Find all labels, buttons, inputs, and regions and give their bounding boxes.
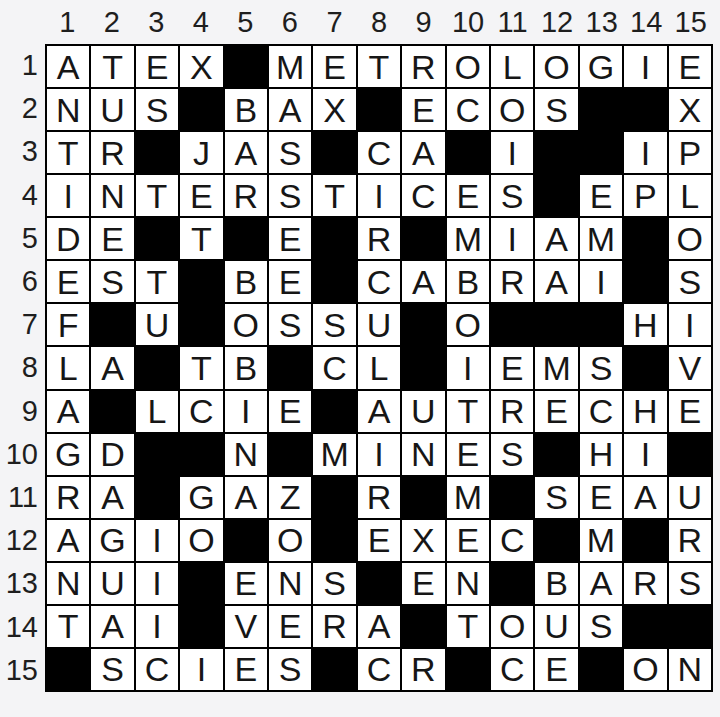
- letter-cell[interactable]: T: [90, 45, 134, 88]
- black-cell: [312, 476, 356, 519]
- letter-cell[interactable]: G: [46, 433, 90, 476]
- black-cell: [668, 605, 712, 648]
- black-cell: [135, 476, 179, 519]
- letter-cell[interactable]: Z: [268, 476, 312, 519]
- column-label: 10: [446, 0, 491, 44]
- letter-cell[interactable]: I: [46, 174, 90, 217]
- letter-cell[interactable]: O: [446, 303, 490, 346]
- black-cell: [135, 131, 179, 174]
- letter-cell[interactable]: A: [224, 476, 268, 519]
- column-label: 8: [357, 0, 402, 44]
- letter-cell[interactable]: I: [135, 605, 179, 648]
- letter-cell[interactable]: P: [668, 131, 712, 174]
- letter-cell[interactable]: D: [46, 217, 90, 260]
- letter-cell[interactable]: S: [312, 303, 356, 346]
- column-label: 4: [179, 0, 224, 44]
- letter-cell[interactable]: S: [668, 562, 712, 605]
- letter-cell[interactable]: I: [446, 346, 490, 389]
- black-cell: [179, 88, 223, 131]
- letter-cell[interactable]: E: [668, 45, 712, 88]
- letter-cell[interactable]: E: [224, 562, 268, 605]
- crossword-screen: 123456789101112131415 123456789101112131…: [0, 0, 720, 717]
- letter-cell[interactable]: U: [401, 390, 445, 433]
- letter-cell[interactable]: B: [224, 260, 268, 303]
- letter-cell[interactable]: I: [490, 217, 534, 260]
- letter-cell[interactable]: T: [179, 217, 223, 260]
- letter-cell[interactable]: A: [90, 346, 134, 389]
- letter-cell[interactable]: I: [490, 131, 534, 174]
- letter-cell[interactable]: J: [179, 131, 223, 174]
- letter-cell[interactable]: T: [135, 260, 179, 303]
- letter-cell[interactable]: S: [579, 346, 623, 389]
- letter-cell[interactable]: M: [446, 476, 490, 519]
- letter-cell[interactable]: A: [401, 260, 445, 303]
- black-cell: [135, 217, 179, 260]
- black-cell: [401, 476, 445, 519]
- letter-cell[interactable]: R: [357, 476, 401, 519]
- letter-cell[interactable]: A: [46, 519, 90, 562]
- letter-cell[interactable]: U: [90, 562, 134, 605]
- letter-cell[interactable]: O: [490, 88, 534, 131]
- letter-cell[interactable]: T: [446, 390, 490, 433]
- letter-cell[interactable]: N: [401, 433, 445, 476]
- black-cell: [312, 131, 356, 174]
- letter-cell[interactable]: A: [623, 476, 667, 519]
- row-label: 9: [0, 390, 45, 433]
- column-label: 6: [268, 0, 313, 44]
- letter-cell[interactable]: D: [90, 433, 134, 476]
- letter-cell[interactable]: L: [135, 390, 179, 433]
- column-label: 11: [490, 0, 535, 44]
- black-cell: [446, 648, 490, 691]
- column-label: 7: [312, 0, 357, 44]
- letter-cell[interactable]: E: [490, 346, 534, 389]
- letter-cell[interactable]: V: [224, 605, 268, 648]
- black-cell: [312, 217, 356, 260]
- black-cell: [224, 217, 268, 260]
- letter-cell[interactable]: E: [668, 390, 712, 433]
- column-label: 14: [624, 0, 669, 44]
- letter-cell[interactable]: E: [268, 390, 312, 433]
- row-label: 12: [0, 519, 45, 562]
- letter-cell[interactable]: C: [446, 88, 490, 131]
- letter-cell[interactable]: H: [623, 303, 667, 346]
- letter-cell[interactable]: O: [534, 45, 578, 88]
- letter-cell[interactable]: N: [668, 648, 712, 691]
- letter-cell[interactable]: I: [623, 433, 667, 476]
- black-cell: [623, 519, 667, 562]
- letter-cell[interactable]: A: [224, 131, 268, 174]
- black-cell: [268, 433, 312, 476]
- black-cell: [135, 433, 179, 476]
- black-cell: [224, 519, 268, 562]
- letter-cell[interactable]: O: [268, 519, 312, 562]
- row-label: 14: [0, 606, 45, 649]
- letter-cell[interactable]: T: [46, 605, 90, 648]
- row-label: 13: [0, 562, 45, 605]
- letter-cell[interactable]: R: [623, 562, 667, 605]
- letter-cell[interactable]: M: [534, 346, 578, 389]
- row-label: 5: [0, 217, 45, 260]
- black-cell: [357, 88, 401, 131]
- row-label: 7: [0, 303, 45, 346]
- letter-cell[interactable]: M: [579, 217, 623, 260]
- letter-cell[interactable]: E: [268, 217, 312, 260]
- row-label: 10: [0, 433, 45, 476]
- letter-cell[interactable]: A: [46, 390, 90, 433]
- letter-cell[interactable]: I: [179, 648, 223, 691]
- letter-cell[interactable]: I: [224, 390, 268, 433]
- row-label: 3: [0, 130, 45, 173]
- row-label: 8: [0, 346, 45, 389]
- letter-cell[interactable]: R: [401, 648, 445, 691]
- letter-cell[interactable]: I: [357, 433, 401, 476]
- letter-cell[interactable]: T: [46, 131, 90, 174]
- letter-cell[interactable]: S: [268, 648, 312, 691]
- letter-cell[interactable]: A: [46, 45, 90, 88]
- letter-cell[interactable]: B: [534, 562, 578, 605]
- black-cell: [579, 648, 623, 691]
- letter-cell[interactable]: S: [268, 174, 312, 217]
- letter-cell[interactable]: A: [268, 88, 312, 131]
- row-numbers: 123456789101112131415: [0, 44, 45, 692]
- letter-cell[interactable]: C: [357, 131, 401, 174]
- letter-cell[interactable]: O: [490, 605, 534, 648]
- letter-cell[interactable]: G: [90, 519, 134, 562]
- row-label: 4: [0, 174, 45, 217]
- black-cell: [401, 217, 445, 260]
- letter-cell[interactable]: G: [179, 476, 223, 519]
- letter-cell[interactable]: I: [668, 303, 712, 346]
- letter-cell[interactable]: S: [268, 303, 312, 346]
- letter-cell[interactable]: A: [357, 605, 401, 648]
- letter-cell[interactable]: S: [668, 260, 712, 303]
- black-cell: [179, 562, 223, 605]
- letter-cell[interactable]: E: [90, 217, 134, 260]
- letter-cell[interactable]: A: [534, 260, 578, 303]
- letter-cell[interactable]: I: [135, 519, 179, 562]
- letter-cell[interactable]: E: [401, 562, 445, 605]
- black-cell: [268, 346, 312, 389]
- black-cell: [668, 433, 712, 476]
- letter-cell[interactable]: T: [446, 605, 490, 648]
- column-label: 13: [579, 0, 624, 44]
- letter-cell[interactable]: X: [401, 519, 445, 562]
- letter-cell[interactable]: T: [312, 174, 356, 217]
- black-cell: [623, 346, 667, 389]
- black-cell: [490, 562, 534, 605]
- letter-cell[interactable]: U: [90, 88, 134, 131]
- letter-cell[interactable]: N: [446, 562, 490, 605]
- black-cell: [401, 303, 445, 346]
- letter-cell[interactable]: X: [668, 88, 712, 131]
- letter-cell[interactable]: L: [357, 346, 401, 389]
- letter-cell[interactable]: C: [490, 519, 534, 562]
- letter-cell[interactable]: E: [446, 433, 490, 476]
- letter-cell[interactable]: N: [268, 562, 312, 605]
- column-label: 9: [401, 0, 446, 44]
- letter-cell[interactable]: E: [179, 174, 223, 217]
- letter-cell[interactable]: C: [490, 648, 534, 691]
- letter-cell[interactable]: E: [579, 476, 623, 519]
- letter-cell[interactable]: I: [623, 45, 667, 88]
- black-cell: [312, 648, 356, 691]
- column-label: 2: [90, 0, 135, 44]
- black-cell: [179, 433, 223, 476]
- letter-cell[interactable]: E: [357, 519, 401, 562]
- letter-cell[interactable]: R: [401, 45, 445, 88]
- letter-cell[interactable]: T: [357, 45, 401, 88]
- letter-cell[interactable]: S: [135, 88, 179, 131]
- black-cell: [623, 88, 667, 131]
- letter-cell[interactable]: R: [490, 260, 534, 303]
- column-label: 15: [668, 0, 713, 44]
- black-cell: [534, 433, 578, 476]
- letter-cell[interactable]: R: [668, 519, 712, 562]
- black-cell: [179, 605, 223, 648]
- letter-cell[interactable]: S: [579, 605, 623, 648]
- black-cell: [534, 303, 578, 346]
- letter-cell[interactable]: E: [224, 648, 268, 691]
- letter-cell[interactable]: E: [579, 174, 623, 217]
- letter-cell[interactable]: I: [135, 562, 179, 605]
- letter-cell[interactable]: E: [135, 45, 179, 88]
- letter-cell[interactable]: F: [46, 303, 90, 346]
- letter-cell[interactable]: M: [268, 45, 312, 88]
- letter-cell[interactable]: C: [179, 390, 223, 433]
- black-cell: [579, 131, 623, 174]
- letter-cell[interactable]: U: [135, 303, 179, 346]
- letter-cell[interactable]: S: [268, 131, 312, 174]
- row-label: 15: [0, 649, 45, 692]
- letter-cell[interactable]: U: [357, 303, 401, 346]
- letter-cell[interactable]: O: [623, 648, 667, 691]
- black-cell: [224, 45, 268, 88]
- black-cell: [490, 303, 534, 346]
- black-cell: [623, 217, 667, 260]
- letter-cell[interactable]: O: [224, 303, 268, 346]
- black-cell: [179, 303, 223, 346]
- black-cell: [135, 346, 179, 389]
- letter-cell[interactable]: V: [668, 346, 712, 389]
- letter-cell[interactable]: S: [312, 562, 356, 605]
- letter-cell[interactable]: N: [46, 88, 90, 131]
- letter-cell[interactable]: I: [357, 174, 401, 217]
- black-cell: [312, 260, 356, 303]
- black-cell: [490, 476, 534, 519]
- letter-cell[interactable]: R: [90, 131, 134, 174]
- black-cell: [401, 605, 445, 648]
- row-label: 11: [0, 476, 45, 519]
- row-label: 2: [0, 87, 45, 130]
- letter-cell[interactable]: S: [534, 476, 578, 519]
- letter-cell[interactable]: E: [268, 605, 312, 648]
- letter-cell[interactable]: N: [90, 174, 134, 217]
- letter-cell[interactable]: R: [46, 476, 90, 519]
- black-cell: [401, 346, 445, 389]
- letter-cell[interactable]: A: [534, 217, 578, 260]
- letter-cell[interactable]: S: [534, 88, 578, 131]
- black-cell: [579, 303, 623, 346]
- letter-cell[interactable]: H: [623, 390, 667, 433]
- letter-cell[interactable]: B: [224, 88, 268, 131]
- black-cell: [446, 131, 490, 174]
- letter-cell[interactable]: C: [401, 174, 445, 217]
- letter-cell[interactable]: S: [490, 433, 534, 476]
- column-numbers: 123456789101112131415: [45, 0, 713, 44]
- black-cell: [46, 648, 90, 691]
- letter-cell[interactable]: S: [490, 174, 534, 217]
- letter-cell[interactable]: L: [490, 45, 534, 88]
- row-label: 1: [0, 44, 45, 87]
- letter-cell[interactable]: R: [490, 390, 534, 433]
- letter-cell[interactable]: E: [534, 648, 578, 691]
- black-cell: [179, 260, 223, 303]
- column-label: 3: [134, 0, 179, 44]
- letter-cell[interactable]: E: [446, 519, 490, 562]
- black-cell: [534, 174, 578, 217]
- letter-cell[interactable]: C: [357, 648, 401, 691]
- crossword-board: ATEXMETROLOGIENUSBAXECOSXTRJASCAIIPINTER…: [45, 44, 713, 692]
- black-cell: [579, 88, 623, 131]
- letter-cell[interactable]: M: [446, 217, 490, 260]
- letter-cell[interactable]: E: [534, 390, 578, 433]
- letter-cell[interactable]: B: [446, 260, 490, 303]
- letter-cell[interactable]: X: [312, 88, 356, 131]
- letter-cell[interactable]: C: [579, 390, 623, 433]
- letter-cell[interactable]: N: [224, 433, 268, 476]
- letter-cell[interactable]: O: [179, 519, 223, 562]
- letter-cell[interactable]: M: [579, 519, 623, 562]
- column-label: 12: [535, 0, 580, 44]
- black-cell: [90, 303, 134, 346]
- black-cell: [90, 390, 134, 433]
- letter-cell[interactable]: T: [135, 174, 179, 217]
- letter-cell[interactable]: L: [668, 174, 712, 217]
- letter-cell[interactable]: A: [579, 562, 623, 605]
- letter-cell[interactable]: O: [446, 45, 490, 88]
- letter-cell[interactable]: R: [224, 174, 268, 217]
- letter-cell[interactable]: H: [579, 433, 623, 476]
- letter-cell[interactable]: A: [90, 476, 134, 519]
- letter-cell[interactable]: A: [357, 390, 401, 433]
- letter-cell[interactable]: X: [179, 45, 223, 88]
- letter-cell[interactable]: S: [90, 260, 134, 303]
- letter-cell[interactable]: C: [135, 648, 179, 691]
- letter-cell[interactable]: U: [668, 476, 712, 519]
- letter-cell[interactable]: R: [357, 217, 401, 260]
- black-cell: [534, 519, 578, 562]
- letter-cell[interactable]: B: [224, 346, 268, 389]
- letter-cell[interactable]: R: [312, 605, 356, 648]
- letter-cell[interactable]: N: [46, 562, 90, 605]
- column-label: 1: [45, 0, 90, 44]
- letter-cell[interactable]: G: [579, 45, 623, 88]
- letter-cell[interactable]: L: [46, 346, 90, 389]
- black-cell: [357, 562, 401, 605]
- black-cell: [312, 519, 356, 562]
- letter-cell[interactable]: P: [623, 174, 667, 217]
- letter-cell[interactable]: E: [312, 45, 356, 88]
- black-cell: [623, 605, 667, 648]
- letter-cell[interactable]: C: [357, 260, 401, 303]
- letter-cell[interactable]: M: [312, 433, 356, 476]
- letter-cell[interactable]: S: [90, 648, 134, 691]
- letter-cell[interactable]: E: [446, 174, 490, 217]
- letter-cell[interactable]: O: [668, 217, 712, 260]
- letter-cell[interactable]: I: [579, 260, 623, 303]
- black-cell: [623, 260, 667, 303]
- letter-cell[interactable]: I: [623, 131, 667, 174]
- black-cell: [312, 390, 356, 433]
- black-cell: [534, 131, 578, 174]
- row-label: 6: [0, 260, 45, 303]
- letter-cell[interactable]: E: [268, 260, 312, 303]
- letter-cell[interactable]: A: [90, 605, 134, 648]
- letter-cell[interactable]: E: [401, 88, 445, 131]
- letter-cell[interactable]: E: [46, 260, 90, 303]
- letter-cell[interactable]: C: [312, 346, 356, 389]
- letter-cell[interactable]: T: [179, 346, 223, 389]
- letter-cell[interactable]: A: [401, 131, 445, 174]
- letter-cell[interactable]: U: [534, 605, 578, 648]
- column-label: 5: [223, 0, 268, 44]
